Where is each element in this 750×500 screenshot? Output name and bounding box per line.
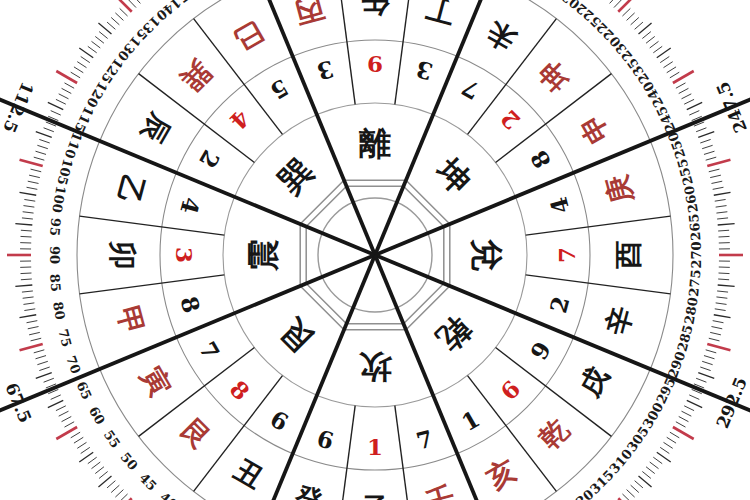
degree-tick bbox=[23, 212, 34, 213]
degree-tick bbox=[48, 400, 63, 407]
star-number-red: 9 bbox=[367, 51, 383, 78]
degree-tick bbox=[88, 46, 97, 52]
degree-tick bbox=[716, 297, 727, 298]
degree-label: 270 bbox=[689, 241, 704, 268]
degree-tick bbox=[650, 41, 659, 48]
degree-tick bbox=[627, 490, 635, 498]
degree-tick bbox=[716, 206, 727, 208]
mountain-yang: 艮 bbox=[175, 412, 218, 455]
bagua-compass-board: 5101520253035404550556065707580859095100… bbox=[0, 0, 750, 500]
degree-tick bbox=[657, 452, 671, 462]
degree-tick bbox=[65, 83, 75, 88]
degree-tick bbox=[653, 457, 662, 463]
degree-tick-red-15 bbox=[673, 427, 694, 439]
degree-tick bbox=[65, 422, 75, 427]
degree-label: 55 bbox=[101, 427, 124, 450]
degree-tick bbox=[29, 175, 40, 177]
degree-tick bbox=[23, 206, 34, 208]
degree-tick bbox=[20, 236, 31, 237]
degree-label: 245 bbox=[653, 104, 678, 135]
mountain-yang: 巽 bbox=[175, 54, 219, 98]
mountain-yin: 辰 bbox=[135, 107, 178, 149]
degree-tick bbox=[27, 187, 38, 189]
star-number: 6 bbox=[266, 405, 293, 436]
degree-tick bbox=[689, 395, 699, 399]
star-number: 4 bbox=[175, 194, 205, 216]
degree-tick-red-15 bbox=[20, 344, 43, 350]
degree-tick bbox=[714, 315, 731, 318]
degree-label: 65 bbox=[73, 379, 94, 402]
trigram-label: 乾 bbox=[429, 309, 478, 358]
degree-tick bbox=[71, 72, 80, 78]
degree-tick bbox=[684, 406, 694, 411]
degree-tick bbox=[689, 111, 699, 115]
mountain-yin: 癸 bbox=[291, 480, 328, 500]
degree-tick-red-15 bbox=[20, 160, 43, 166]
degree-tick bbox=[95, 36, 104, 43]
mountain-yin: 辛 bbox=[600, 303, 639, 340]
star-number: 7 bbox=[457, 74, 484, 105]
star-number-red: 2 bbox=[495, 105, 525, 135]
degree-tick bbox=[706, 350, 717, 353]
degree-tick bbox=[713, 321, 724, 323]
star-number: 7 bbox=[413, 424, 435, 454]
degree-label: 40 bbox=[157, 489, 181, 500]
degree-tick bbox=[24, 309, 35, 311]
degree-tick bbox=[77, 62, 86, 68]
degree-label: 280 bbox=[681, 296, 700, 325]
corner-degree-label: 67.5 bbox=[1, 380, 35, 426]
degree-tick bbox=[610, 0, 618, 3]
mountain-yin: 未 bbox=[481, 15, 523, 58]
star-number: 3 bbox=[413, 55, 435, 85]
degree-tick bbox=[37, 145, 47, 148]
degree-label: 70 bbox=[63, 354, 83, 376]
star-number-red: 8 bbox=[225, 375, 255, 405]
mountain-yin: 子 bbox=[361, 492, 389, 500]
degree-tick-red-15 bbox=[673, 71, 694, 83]
degree-tick bbox=[59, 411, 69, 416]
mountain-yin: 丑 bbox=[228, 453, 269, 496]
degree-tick-red-15 bbox=[618, 0, 635, 12]
degree-tick bbox=[719, 273, 730, 274]
degree-tick bbox=[657, 48, 671, 58]
degree-tick bbox=[74, 437, 83, 443]
degree-tick-red-15 bbox=[56, 71, 77, 83]
degree-tick bbox=[62, 416, 72, 421]
degree-tick bbox=[687, 102, 702, 109]
degree-tick bbox=[653, 46, 662, 52]
degree-tick bbox=[111, 17, 119, 24]
degree-tick bbox=[670, 432, 679, 438]
trigram-label: 兌 bbox=[468, 238, 506, 272]
degree-label: 110 bbox=[62, 130, 85, 161]
degree-tick bbox=[715, 309, 726, 311]
trigram-label: 震 bbox=[244, 239, 282, 272]
degree-tick bbox=[719, 236, 730, 237]
trigram-label: 坎 bbox=[358, 348, 393, 386]
degree-tick bbox=[95, 467, 104, 474]
degree-tick bbox=[37, 361, 47, 364]
degree-tick bbox=[31, 169, 42, 172]
mountain-divider-line bbox=[526, 216, 671, 235]
degree-tick bbox=[715, 199, 726, 201]
star-number: 4 bbox=[544, 194, 574, 216]
degree-tick bbox=[716, 212, 727, 213]
degree-tick bbox=[718, 224, 735, 225]
degree-tick bbox=[23, 297, 34, 298]
degree-tick bbox=[19, 192, 36, 195]
degree-tick bbox=[115, 490, 123, 498]
degree-tick bbox=[99, 32, 108, 39]
degree-tick bbox=[717, 218, 728, 219]
degree-tick bbox=[21, 230, 32, 231]
degree-tick bbox=[687, 400, 702, 407]
degree-tick bbox=[646, 36, 655, 43]
degree-tick bbox=[718, 230, 729, 231]
degree-tick bbox=[718, 279, 729, 280]
degree-tick bbox=[714, 192, 731, 195]
degree-tick bbox=[718, 285, 735, 286]
degree-label: 75 bbox=[55, 327, 74, 348]
degree-tick bbox=[115, 13, 123, 21]
degree-tick bbox=[627, 13, 635, 21]
degree-label: 290 bbox=[665, 349, 688, 380]
degree-tick bbox=[34, 350, 45, 353]
star-number: 7 bbox=[194, 337, 225, 364]
degree-tick bbox=[29, 332, 40, 334]
degree-label: 90 bbox=[47, 246, 62, 264]
degree-tick bbox=[99, 471, 108, 478]
degree-label: 250 bbox=[665, 130, 688, 161]
star-number: 9 bbox=[525, 337, 556, 364]
degree-label: 85 bbox=[47, 273, 64, 292]
degree-tick bbox=[74, 67, 83, 73]
degree-tick bbox=[698, 132, 714, 138]
degree-tick bbox=[128, 0, 136, 8]
degree-label: 100 bbox=[49, 185, 68, 214]
degree-tick bbox=[702, 145, 712, 148]
degree-tick bbox=[39, 139, 49, 143]
mountain-yang: 亥 bbox=[480, 453, 522, 496]
mountain-divider-line bbox=[336, 406, 355, 500]
degree-tick bbox=[710, 332, 721, 334]
degree-tick bbox=[91, 41, 100, 48]
degree-tick bbox=[709, 338, 720, 341]
trigram-label: 離 bbox=[358, 124, 391, 162]
mountain-yang: 甲 bbox=[111, 303, 150, 339]
degree-tick bbox=[34, 157, 45, 160]
degree-tick bbox=[670, 72, 679, 78]
mountain-divider-line bbox=[80, 275, 225, 294]
degree-tick bbox=[133, 0, 141, 3]
degree-tick bbox=[51, 111, 61, 115]
degree-tick bbox=[28, 181, 39, 183]
degree-label: 285 bbox=[674, 323, 696, 353]
degree-tick bbox=[77, 442, 86, 448]
mountain-yin: 乙 bbox=[111, 172, 150, 208]
degree-tick bbox=[622, 8, 630, 16]
mountain-yin: 丁 bbox=[423, 0, 459, 30]
degree-tick bbox=[51, 395, 61, 399]
star-number: 5 bbox=[266, 74, 293, 105]
trigram-label: 坤 bbox=[428, 150, 479, 201]
degree-tick bbox=[39, 367, 49, 371]
degree-tick bbox=[660, 56, 669, 62]
degree-tick bbox=[21, 279, 32, 280]
star-number: 3 bbox=[314, 55, 336, 85]
star-number: 6 bbox=[314, 424, 336, 454]
degree-tick bbox=[36, 356, 47, 359]
corner-degree-label: 247.5 bbox=[712, 79, 750, 136]
degree-tick bbox=[679, 416, 689, 421]
degree-tick bbox=[36, 132, 52, 138]
star-number-red: 7 bbox=[553, 247, 580, 263]
mountain-yin: 午 bbox=[361, 0, 390, 19]
mountain-yang: 乾 bbox=[532, 412, 575, 455]
degree-tick-red-15 bbox=[707, 160, 730, 166]
degree-label: 295 bbox=[653, 375, 678, 406]
degree-tick bbox=[24, 199, 35, 201]
degree-tick bbox=[709, 169, 720, 172]
degree-label: 45 bbox=[136, 470, 159, 493]
degree-label: 275 bbox=[686, 269, 703, 297]
degree-tick bbox=[91, 462, 100, 469]
mountain-yang: 寅 bbox=[135, 361, 178, 402]
degree-tick bbox=[717, 291, 728, 292]
degree-tick bbox=[23, 303, 34, 305]
star-number-red: 1 bbox=[367, 433, 383, 460]
degree-tick bbox=[700, 367, 710, 371]
degree-tick bbox=[700, 139, 710, 143]
degree-tick bbox=[88, 457, 97, 463]
degree-tick bbox=[702, 361, 712, 364]
degree-tick bbox=[36, 373, 52, 379]
mountain-yang: 坤 bbox=[532, 55, 577, 100]
star-number-red: 3 bbox=[171, 247, 198, 263]
degree-tick bbox=[642, 471, 651, 478]
degree-tick bbox=[679, 88, 689, 93]
degree-tick bbox=[704, 356, 715, 359]
mountain-yang: 庚 bbox=[600, 172, 639, 209]
mountain-divider-line bbox=[80, 216, 225, 235]
degree-tick bbox=[713, 187, 724, 189]
degree-tick bbox=[22, 218, 33, 219]
mountain-divider-line bbox=[336, 0, 355, 104]
mountain-divider-line bbox=[395, 406, 414, 500]
degree-tick bbox=[631, 485, 639, 492]
degree-tick bbox=[635, 22, 643, 29]
degree-tick bbox=[19, 315, 36, 318]
degree-tick bbox=[622, 494, 630, 500]
degree-tick bbox=[676, 422, 686, 427]
mountain-divider-line bbox=[526, 275, 671, 294]
degree-tick bbox=[20, 273, 31, 274]
degree-tick bbox=[660, 447, 669, 453]
mountain-yin: 卯 bbox=[106, 240, 139, 269]
corner-degree-label: 112.5 bbox=[0, 79, 38, 136]
degree-tick bbox=[62, 88, 72, 93]
degree-tick bbox=[15, 224, 32, 225]
degree-tick bbox=[44, 378, 54, 382]
star-number: 8 bbox=[175, 293, 205, 315]
degree-tick bbox=[79, 48, 93, 58]
mountain-yang: 巳 bbox=[228, 15, 269, 58]
degree-tick bbox=[81, 447, 90, 453]
degree-tick bbox=[682, 94, 692, 99]
corner-degree-label: 292.5 bbox=[712, 374, 750, 431]
star-number: 2 bbox=[544, 293, 574, 315]
degree-tick bbox=[27, 321, 38, 323]
degree-tick bbox=[646, 467, 655, 474]
degree-tick bbox=[614, 0, 622, 8]
degree-label: 105 bbox=[54, 157, 76, 187]
degree-tick bbox=[664, 62, 673, 68]
degree-tick bbox=[696, 128, 706, 132]
mountain-yang: 壬 bbox=[422, 480, 459, 500]
degree-tick bbox=[107, 22, 115, 29]
degree-tick bbox=[698, 373, 714, 379]
degree-tick bbox=[44, 128, 54, 132]
degree-tick bbox=[650, 462, 659, 469]
degree-label: 115 bbox=[72, 104, 97, 135]
degree-tick bbox=[667, 67, 676, 73]
mountain-divider-line bbox=[395, 0, 414, 104]
degree-tick bbox=[71, 432, 80, 438]
star-number: 2 bbox=[194, 146, 225, 173]
degree-tick bbox=[36, 151, 47, 154]
trigram-label: 艮 bbox=[271, 309, 320, 358]
degree-tick bbox=[81, 56, 90, 62]
degree-label: 50 bbox=[118, 450, 141, 474]
degree-tick bbox=[664, 442, 673, 448]
degree-tick-red-15 bbox=[56, 427, 77, 439]
star-number: 1 bbox=[457, 405, 484, 436]
degree-label: 255 bbox=[674, 157, 696, 187]
degree-tick-red-15 bbox=[707, 344, 730, 350]
degree-tick bbox=[79, 452, 93, 462]
degree-tick bbox=[22, 291, 33, 292]
degree-tick bbox=[716, 303, 727, 305]
degree-tick bbox=[635, 481, 643, 488]
degree-tick bbox=[48, 102, 63, 109]
degree-tick bbox=[711, 181, 722, 183]
degree-tick bbox=[15, 285, 32, 286]
degree-label: 265 bbox=[686, 213, 703, 241]
degree-tick bbox=[642, 32, 651, 39]
luopan-compass-diagram: 5101520253035404550556065707580859095100… bbox=[0, 0, 750, 500]
degree-label: 260 bbox=[681, 185, 700, 214]
degree-tick bbox=[667, 437, 676, 443]
degree-tick bbox=[676, 83, 686, 88]
degree-tick bbox=[120, 494, 128, 500]
degree-tick bbox=[56, 406, 66, 411]
degree-tick bbox=[31, 338, 42, 341]
mountain-yin: 酉 bbox=[612, 241, 645, 269]
degree-tick bbox=[684, 99, 694, 104]
star-number-red: 6 bbox=[495, 375, 525, 405]
degree-tick bbox=[696, 378, 706, 382]
star-number: 8 bbox=[525, 146, 556, 173]
degree-tick bbox=[631, 17, 639, 24]
degree-tick bbox=[682, 411, 692, 416]
degree-tick bbox=[711, 327, 722, 329]
degree-label: 80 bbox=[50, 301, 68, 321]
degree-tick bbox=[111, 485, 119, 492]
degree-tick bbox=[107, 481, 115, 488]
trigram-label: 巽 bbox=[271, 151, 320, 200]
mountain-yang: 丙 bbox=[292, 0, 329, 30]
degree-tick bbox=[704, 151, 715, 154]
degree-tick bbox=[120, 8, 128, 16]
degree-tick bbox=[28, 327, 39, 329]
mountain-yang: 申 bbox=[573, 108, 616, 149]
star-number-red: 4 bbox=[225, 105, 255, 135]
degree-tick bbox=[56, 99, 66, 104]
mountain-yin: 戌 bbox=[572, 361, 615, 403]
degree-tick bbox=[59, 94, 69, 99]
degree-tick bbox=[710, 175, 721, 177]
degree-label: 95 bbox=[47, 217, 64, 236]
degree-tick bbox=[706, 157, 717, 160]
degree-tick-red-15 bbox=[115, 0, 132, 12]
degree-label: 60 bbox=[86, 404, 108, 427]
